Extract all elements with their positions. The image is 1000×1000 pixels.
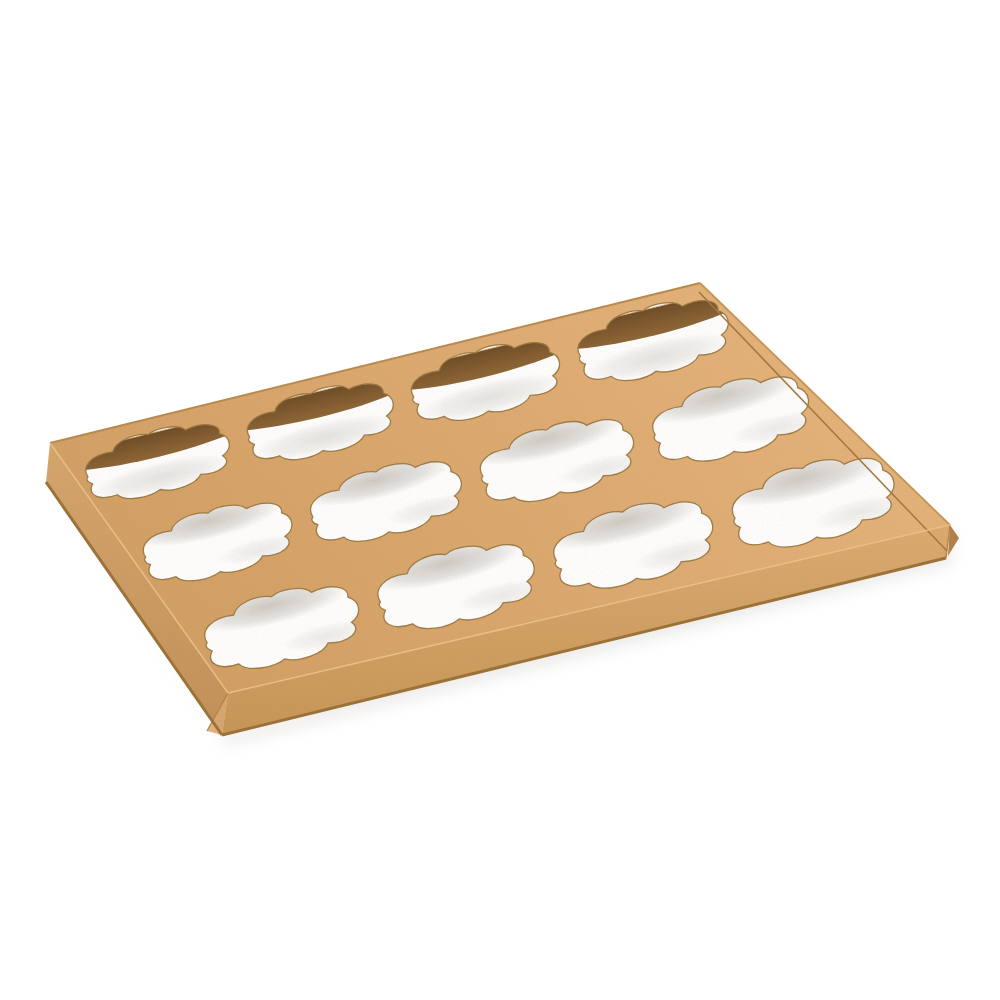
cupcake-tray-illustration bbox=[0, 0, 1000, 1000]
paper-texture bbox=[0, 0, 1000, 1000]
product-photo bbox=[0, 0, 1000, 1000]
